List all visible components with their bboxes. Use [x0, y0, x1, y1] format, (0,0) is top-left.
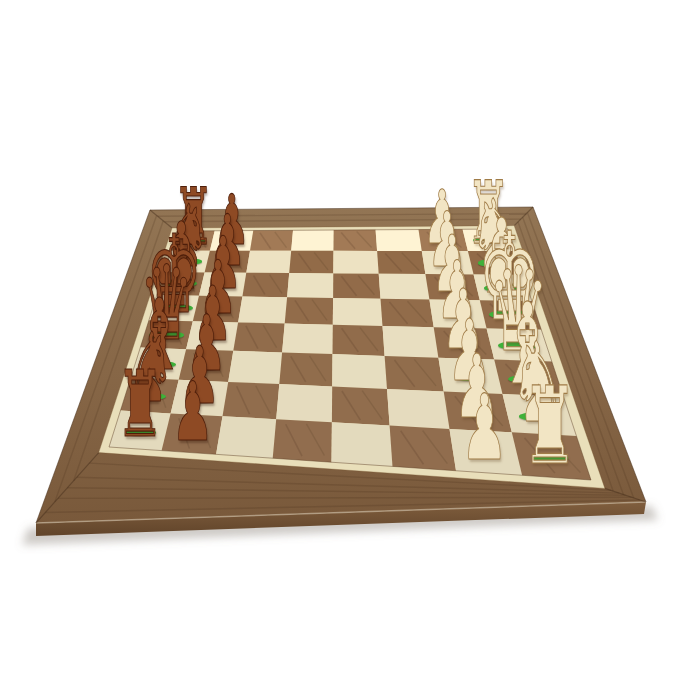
chess-board [0, 0, 700, 700]
product-photo: ♜♟♟♜♞♟♟♞♝♟♟♝♚♟♟♚♛♟♟♛♝♟♟♝♞♟♟♞♜♟♟♜ [0, 0, 700, 700]
